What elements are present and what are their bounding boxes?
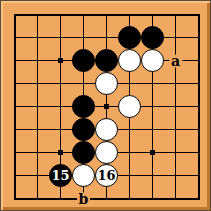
intersection-c7-r8 bbox=[141, 164, 164, 187]
point-label-a: a bbox=[169, 54, 182, 67]
white-stone bbox=[118, 49, 141, 72]
intersection-c8-r9 bbox=[164, 187, 187, 210]
intersection-c8-r3: a bbox=[164, 49, 187, 72]
star-point-icon bbox=[58, 58, 63, 63]
intersection-c6-r7 bbox=[118, 141, 141, 164]
intersection-c9-r6 bbox=[187, 118, 210, 141]
intersection-c2-r8 bbox=[26, 164, 49, 187]
intersection-c1-r1 bbox=[3, 3, 26, 26]
intersection-c7-r4 bbox=[141, 72, 164, 95]
intersection-c4-r8 bbox=[72, 164, 95, 187]
intersection-c7-r9 bbox=[141, 187, 164, 210]
black-stone bbox=[72, 95, 95, 118]
white-stone: 16 bbox=[95, 164, 118, 187]
intersection-c5-r8: 16 bbox=[95, 164, 118, 187]
intersection-c1-r9 bbox=[3, 187, 26, 210]
goban-grid: a1516b bbox=[3, 3, 210, 210]
star-point-icon bbox=[150, 150, 155, 155]
intersection-c4-r4 bbox=[72, 72, 95, 95]
white-stone bbox=[95, 72, 118, 95]
intersection-c9-r9 bbox=[187, 187, 210, 210]
intersection-c5-r9 bbox=[95, 187, 118, 210]
intersection-c3-r8: 15 bbox=[49, 164, 72, 187]
intersection-c4-r3 bbox=[72, 49, 95, 72]
intersection-c2-r3 bbox=[26, 49, 49, 72]
intersection-c6-r4 bbox=[118, 72, 141, 95]
intersection-c8-r6 bbox=[164, 118, 187, 141]
intersection-c2-r1 bbox=[26, 3, 49, 26]
point-label-b: b bbox=[77, 192, 91, 205]
move-number-15: 15 bbox=[51, 169, 69, 182]
intersection-c4-r6 bbox=[72, 118, 95, 141]
star-point-icon bbox=[58, 150, 63, 155]
go-board: a1516b bbox=[0, 0, 211, 211]
intersection-c1-r5 bbox=[3, 95, 26, 118]
intersection-c5-r3 bbox=[95, 49, 118, 72]
intersection-c8-r1 bbox=[164, 3, 187, 26]
intersection-c3-r5 bbox=[49, 95, 72, 118]
black-stone bbox=[95, 49, 118, 72]
white-stone bbox=[95, 141, 118, 164]
intersection-c3-r4 bbox=[49, 72, 72, 95]
black-stone bbox=[118, 26, 141, 49]
black-stone: 15 bbox=[49, 164, 72, 187]
intersection-c3-r2 bbox=[49, 26, 72, 49]
intersection-c9-r4 bbox=[187, 72, 210, 95]
intersection-c3-r9 bbox=[49, 187, 72, 210]
intersection-c6-r1 bbox=[118, 3, 141, 26]
intersection-c6-r2 bbox=[118, 26, 141, 49]
intersection-c4-r5 bbox=[72, 95, 95, 118]
intersection-c2-r7 bbox=[26, 141, 49, 164]
intersection-c6-r8 bbox=[118, 164, 141, 187]
intersection-c4-r1 bbox=[72, 3, 95, 26]
intersection-c3-r6 bbox=[49, 118, 72, 141]
intersection-c3-r1 bbox=[49, 3, 72, 26]
intersection-c1-r8 bbox=[3, 164, 26, 187]
intersection-c5-r7 bbox=[95, 141, 118, 164]
intersection-c5-r6 bbox=[95, 118, 118, 141]
intersection-c5-r2 bbox=[95, 26, 118, 49]
intersection-c6-r6 bbox=[118, 118, 141, 141]
intersection-c1-r4 bbox=[3, 72, 26, 95]
intersection-c2-r5 bbox=[26, 95, 49, 118]
intersection-c7-r3 bbox=[141, 49, 164, 72]
black-stone bbox=[72, 141, 95, 164]
intersection-c1-r7 bbox=[3, 141, 26, 164]
intersection-c8-r5 bbox=[164, 95, 187, 118]
move-number-16: 16 bbox=[97, 169, 115, 182]
intersection-c9-r5 bbox=[187, 95, 210, 118]
white-stone bbox=[141, 49, 164, 72]
intersection-c6-r5 bbox=[118, 95, 141, 118]
intersection-c2-r2 bbox=[26, 26, 49, 49]
intersection-c7-r1 bbox=[141, 3, 164, 26]
white-stone bbox=[118, 95, 141, 118]
intersection-c3-r3 bbox=[49, 49, 72, 72]
intersection-c6-r9 bbox=[118, 187, 141, 210]
intersection-c7-r7 bbox=[141, 141, 164, 164]
intersection-c2-r4 bbox=[26, 72, 49, 95]
intersection-c7-r5 bbox=[141, 95, 164, 118]
intersection-c7-r6 bbox=[141, 118, 164, 141]
intersection-c8-r2 bbox=[164, 26, 187, 49]
white-stone bbox=[95, 118, 118, 141]
intersection-c1-r3 bbox=[3, 49, 26, 72]
intersection-c8-r8 bbox=[164, 164, 187, 187]
intersection-c1-r6 bbox=[3, 118, 26, 141]
intersection-c1-r2 bbox=[3, 26, 26, 49]
intersection-c5-r1 bbox=[95, 3, 118, 26]
black-stone bbox=[72, 49, 95, 72]
star-point-icon bbox=[104, 104, 109, 109]
intersection-c5-r5 bbox=[95, 95, 118, 118]
intersection-c9-r1 bbox=[187, 3, 210, 26]
intersection-c9-r8 bbox=[187, 164, 210, 187]
intersection-c8-r4 bbox=[164, 72, 187, 95]
black-stone bbox=[141, 26, 164, 49]
black-stone bbox=[72, 118, 95, 141]
intersection-c4-r7 bbox=[72, 141, 95, 164]
intersection-c7-r2 bbox=[141, 26, 164, 49]
intersection-c5-r4 bbox=[95, 72, 118, 95]
intersection-c9-r2 bbox=[187, 26, 210, 49]
intersection-c3-r7 bbox=[49, 141, 72, 164]
intersection-c2-r6 bbox=[26, 118, 49, 141]
intersection-c9-r3 bbox=[187, 49, 210, 72]
intersection-c4-r2 bbox=[72, 26, 95, 49]
intersection-c8-r7 bbox=[164, 141, 187, 164]
intersection-c4-r9: b bbox=[72, 187, 95, 210]
intersection-c9-r7 bbox=[187, 141, 210, 164]
intersection-c2-r9 bbox=[26, 187, 49, 210]
white-stone bbox=[72, 164, 95, 187]
intersection-c6-r3 bbox=[118, 49, 141, 72]
